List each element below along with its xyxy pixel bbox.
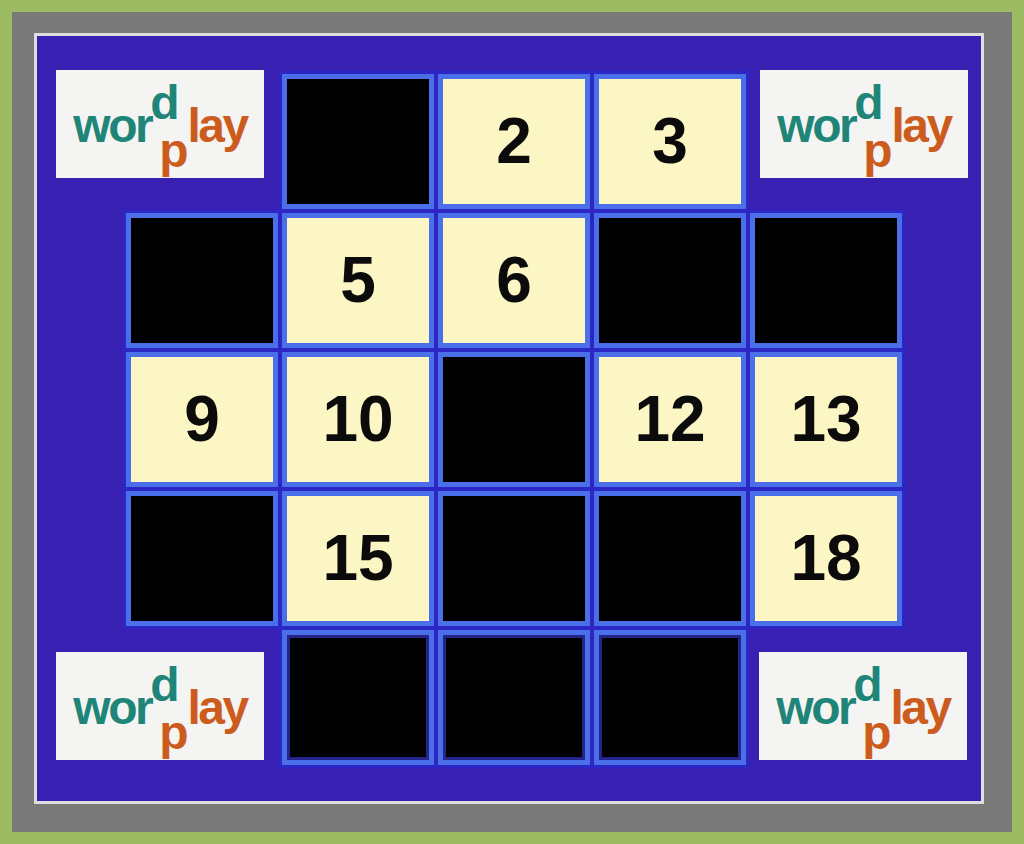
open-cell-3[interactable]: 3 [594,74,746,209]
cell-number: 2 [496,109,532,173]
open-cell-5[interactable]: 5 [282,213,434,348]
black-cell-r2c5[interactable] [750,213,902,348]
corner-void-r1c5 [750,74,902,209]
cell-number: 3 [652,109,688,173]
open-cell-18[interactable]: 18 [750,491,902,626]
black-cell-r4c4[interactable] [594,491,746,626]
open-cell-12[interactable]: 12 [594,352,746,487]
open-cell-9[interactable]: 9 [126,352,278,487]
black-cell-r4c1[interactable] [126,491,278,626]
corner-void-r5c5 [750,630,902,765]
cell-number: 15 [322,526,393,590]
cell-number: 13 [790,387,861,451]
cell-number: 6 [496,248,532,312]
cell-number: 12 [634,387,705,451]
black-cell-r1c2[interactable] [282,74,434,209]
corner-void-r5c1 [126,630,278,765]
black-cell-r2c1[interactable] [126,213,278,348]
black-cell-r2c4[interactable] [594,213,746,348]
open-cell-2[interactable]: 2 [438,74,590,209]
black-cell-r5c2[interactable] [282,630,434,765]
cell-number: 9 [184,387,220,451]
open-cell-13[interactable]: 13 [750,352,902,487]
board-panel: wor dp lay wor dp lay wor dp lay wor dp … [34,33,984,804]
cell-number: 10 [322,387,393,451]
open-cell-15[interactable]: 15 [282,491,434,626]
black-cell-r4c3[interactable] [438,491,590,626]
open-cell-6[interactable]: 6 [438,213,590,348]
corner-void-r1c1 [126,74,278,209]
black-cell-r5c3[interactable] [438,630,590,765]
puzzle-grid: 235691012131518 [126,74,902,765]
cell-number: 5 [340,248,376,312]
black-cell-r3c3[interactable] [438,352,590,487]
black-cell-r5c4[interactable] [594,630,746,765]
open-cell-10[interactable]: 10 [282,352,434,487]
cell-number: 18 [790,526,861,590]
